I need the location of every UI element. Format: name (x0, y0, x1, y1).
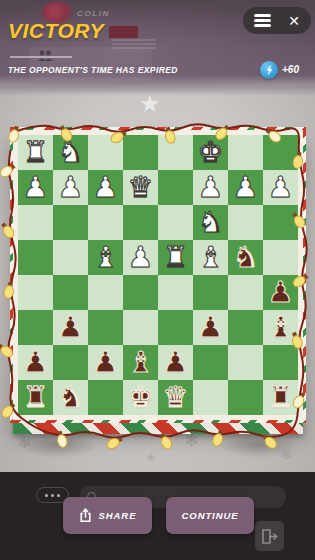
square (123, 275, 158, 310)
square (228, 275, 263, 310)
black-p-piece: ♟ (158, 345, 193, 380)
continue-button[interactable]: CONTINUE (166, 497, 254, 534)
square: ♛ (158, 380, 193, 415)
square (18, 240, 53, 275)
square: ♝ (88, 240, 123, 275)
square: ♟ (18, 170, 53, 205)
square (263, 205, 298, 240)
square: ♜ (158, 240, 193, 275)
victory-screen: ★ ❄ ❄ ★ ❄ COLIN ✕ VICTORY THE OPPONENT'S… (0, 0, 315, 560)
square: ♟ (53, 170, 88, 205)
square (193, 345, 228, 380)
bottom-overlay: SHARE CONTINUE (0, 472, 315, 560)
black-r-piece: ♜ (263, 380, 298, 415)
square (18, 275, 53, 310)
square: ♟ (123, 240, 158, 275)
black-p-piece: ♟ (88, 345, 123, 380)
white-p-piece: ♟ (193, 170, 228, 205)
square (158, 170, 193, 205)
square (53, 345, 88, 380)
square (263, 345, 298, 380)
square (193, 275, 228, 310)
square (263, 240, 298, 275)
square (123, 135, 158, 170)
white-b-piece: ♝ (193, 240, 228, 275)
square (263, 135, 298, 170)
square: ♞ (193, 205, 228, 240)
hamburger-menu-icon[interactable] (254, 14, 271, 27)
square (53, 205, 88, 240)
square: ♞ (53, 380, 88, 415)
close-icon[interactable]: ✕ (288, 14, 300, 28)
white-p-piece: ♟ (263, 170, 298, 205)
square (88, 205, 123, 240)
square (123, 205, 158, 240)
chess-board-frame: ♜♞♚♟♟♟♛♟♟♟♞♝♟♜♝♞♟♟♟♝♟♟♝♟♜♞♚♛♜ (10, 127, 306, 423)
square (88, 380, 123, 415)
square (53, 240, 88, 275)
black-b-piece: ♝ (263, 310, 298, 345)
share-icon (79, 508, 92, 523)
square: ♟ (228, 170, 263, 205)
square (88, 310, 123, 345)
time-bonus-lightning-icon (264, 63, 275, 76)
square (123, 310, 158, 345)
square: ♟ (158, 345, 193, 380)
black-r-piece: ♜ (18, 380, 53, 415)
square: ♚ (193, 135, 228, 170)
square: ♟ (88, 345, 123, 380)
white-b-piece: ♝ (88, 240, 123, 275)
white-r-piece: ♜ (18, 135, 53, 170)
board-3d-edge (13, 423, 303, 434)
square (228, 380, 263, 415)
black-q-piece: ♛ (158, 380, 193, 415)
square (158, 205, 193, 240)
divider-line (10, 56, 72, 58)
square: ♟ (193, 310, 228, 345)
time-bonus-badge (260, 61, 278, 79)
white-k-piece: ♚ (193, 135, 228, 170)
black-n-piece: ♞ (228, 240, 263, 275)
square: ♟ (88, 170, 123, 205)
result-subtitle: THE OPPONENT'S TIME HAS EXPIRED (8, 65, 178, 75)
share-button-label: SHARE (99, 510, 137, 521)
square (88, 275, 123, 310)
square: ♟ (263, 275, 298, 310)
white-q-piece: ♛ (123, 170, 158, 205)
square (228, 205, 263, 240)
square (228, 345, 263, 380)
black-b-piece: ♝ (123, 345, 158, 380)
square: ♜ (263, 380, 298, 415)
square (158, 310, 193, 345)
black-p-piece: ♟ (193, 310, 228, 345)
square: ♟ (263, 170, 298, 205)
chess-board: ♜♞♚♟♟♟♛♟♟♟♞♝♟♜♝♞♟♟♟♝♟♟♝♟♜♞♚♛♜ (18, 135, 298, 415)
square (88, 135, 123, 170)
square (53, 275, 88, 310)
faded-flag (109, 26, 138, 38)
square (193, 380, 228, 415)
white-n-piece: ♞ (193, 205, 228, 240)
square: ♟ (18, 345, 53, 380)
square: ♟ (193, 170, 228, 205)
victory-title: VICTORY (8, 19, 104, 43)
square: ♝ (263, 310, 298, 345)
white-p-piece: ♟ (18, 170, 53, 205)
square: ♞ (53, 135, 88, 170)
white-p-piece: ♟ (88, 170, 123, 205)
share-button[interactable]: SHARE (63, 497, 152, 534)
white-p-piece: ♟ (228, 170, 263, 205)
square: ♚ (123, 380, 158, 415)
black-n-piece: ♞ (53, 380, 88, 415)
white-p-piece: ♟ (123, 240, 158, 275)
square: ♝ (123, 345, 158, 380)
black-k-piece: ♚ (123, 380, 158, 415)
black-p-piece: ♟ (263, 275, 298, 310)
white-p-piece: ♟ (53, 170, 88, 205)
square: ♟ (53, 310, 88, 345)
square: ♜ (18, 135, 53, 170)
black-p-piece: ♟ (18, 345, 53, 380)
square (228, 310, 263, 345)
window-controls: ✕ (243, 7, 311, 34)
board-shadow-left (18, 432, 98, 458)
square (18, 205, 53, 240)
square: ♝ (193, 240, 228, 275)
time-bonus-value: +60 (282, 64, 299, 75)
white-r-piece: ♜ (158, 240, 193, 275)
square: ♛ (123, 170, 158, 205)
square: ♞ (228, 240, 263, 275)
faded-player-name: COLIN (77, 9, 110, 18)
square: ♜ (18, 380, 53, 415)
square (228, 135, 263, 170)
continue-button-label: CONTINUE (182, 510, 239, 521)
white-n-piece: ♞ (53, 135, 88, 170)
black-p-piece: ♟ (53, 310, 88, 345)
exit-door-icon (255, 521, 284, 551)
square (18, 310, 53, 345)
board-shadow-right (218, 432, 298, 458)
square (158, 275, 193, 310)
square (158, 135, 193, 170)
